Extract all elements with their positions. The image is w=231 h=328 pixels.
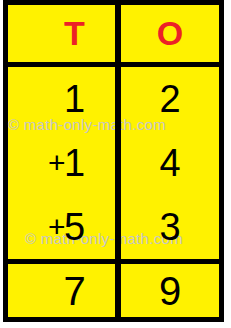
- watermark-text: © math-only-math.com: [8, 115, 166, 135]
- header-tens-label: T: [64, 14, 85, 53]
- addend-row-3-ones: 3: [159, 208, 180, 246]
- addend-row-2-ones: 4: [159, 144, 180, 182]
- addend-2-ones-digit: 4: [159, 144, 180, 182]
- addend-3-ones-digit: 3: [159, 208, 180, 246]
- addend-3-tens-digit: 5: [64, 208, 85, 246]
- plus-sign: +: [48, 148, 66, 178]
- plus-sign: +: [48, 212, 66, 242]
- addend-2-tens-digit: 1: [64, 144, 85, 182]
- sum-tens-cell: 7: [8, 264, 115, 317]
- column-divider: [115, 5, 121, 62]
- header-tens: T: [8, 5, 115, 62]
- addend-row-2-tens: + 1: [38, 144, 85, 182]
- addend-row-1-tens: 1: [38, 80, 85, 118]
- header-ones-label: O: [157, 14, 183, 53]
- addition-table: T O 1 + 1 + 5: [3, 0, 224, 322]
- sum-ones-cell: 9: [121, 264, 219, 317]
- addend-1-ones-digit: 2: [159, 80, 180, 118]
- addend-row-1-ones: 2: [159, 80, 180, 118]
- addend-1-tens-digit: 1: [64, 80, 85, 118]
- worksheet-page: T O 1 + 1 + 5: [0, 0, 231, 328]
- column-divider: [115, 264, 121, 317]
- sum-ones-digit: 9: [159, 271, 181, 311]
- header-ones: O: [121, 5, 219, 62]
- sum-separator-line: [8, 259, 219, 264]
- header-separator-line: [8, 62, 219, 67]
- column-divider: [115, 67, 121, 259]
- table-grid: T O 1 + 1 + 5: [8, 5, 219, 317]
- sum-tens-digit: 7: [63, 271, 85, 311]
